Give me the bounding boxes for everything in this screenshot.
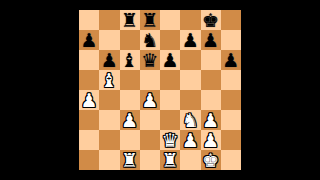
square-h3[interactable]	[221, 110, 241, 130]
square-b3[interactable]	[99, 110, 119, 130]
square-h6[interactable]: ♟	[221, 50, 241, 70]
square-a6[interactable]	[79, 50, 99, 70]
white-pawn[interactable]: ♟	[120, 110, 140, 130]
square-d7[interactable]: ♞	[140, 30, 160, 50]
square-g7[interactable]: ♟	[201, 30, 221, 50]
white-rook[interactable]: ♜	[120, 150, 140, 170]
square-g8[interactable]: ♚	[201, 10, 221, 30]
square-e5[interactable]	[160, 70, 180, 90]
square-e2[interactable]: ♛	[160, 130, 180, 150]
square-g5[interactable]	[201, 70, 221, 90]
black-pawn[interactable]: ♟	[99, 50, 119, 70]
square-f7[interactable]: ♟	[180, 30, 200, 50]
white-pawn[interactable]: ♟	[140, 90, 160, 110]
square-d2[interactable]	[140, 130, 160, 150]
square-h1[interactable]	[221, 150, 241, 170]
square-c6[interactable]: ♝	[120, 50, 140, 70]
square-c4[interactable]	[120, 90, 140, 110]
square-e3[interactable]	[160, 110, 180, 130]
square-b7[interactable]	[99, 30, 119, 50]
black-rook[interactable]: ♜	[140, 10, 160, 30]
square-h7[interactable]	[221, 30, 241, 50]
black-pawn[interactable]: ♟	[180, 30, 200, 50]
white-pawn[interactable]: ♟	[201, 110, 221, 130]
square-f2[interactable]: ♟	[180, 130, 200, 150]
square-h8[interactable]	[221, 10, 241, 30]
white-pawn[interactable]: ♟	[180, 130, 200, 150]
square-a7[interactable]: ♟	[79, 30, 99, 50]
square-a3[interactable]	[79, 110, 99, 130]
square-d4[interactable]: ♟	[140, 90, 160, 110]
black-bishop[interactable]: ♝	[120, 50, 140, 70]
square-f3[interactable]: ♞	[180, 110, 200, 130]
black-pawn[interactable]: ♟	[221, 50, 241, 70]
square-c2[interactable]	[120, 130, 140, 150]
square-g6[interactable]	[201, 50, 221, 70]
square-a2[interactable]	[79, 130, 99, 150]
square-a5[interactable]	[79, 70, 99, 90]
square-e4[interactable]	[160, 90, 180, 110]
square-c5[interactable]	[120, 70, 140, 90]
square-a4[interactable]: ♟	[79, 90, 99, 110]
square-g1[interactable]: ♚	[201, 150, 221, 170]
black-pawn[interactable]: ♟	[201, 30, 221, 50]
black-pawn[interactable]: ♟	[79, 30, 99, 50]
black-king[interactable]: ♚	[201, 10, 221, 30]
square-h4[interactable]	[221, 90, 241, 110]
square-d3[interactable]	[140, 110, 160, 130]
square-d6[interactable]: ♛	[140, 50, 160, 70]
square-d8[interactable]: ♜	[140, 10, 160, 30]
square-g2[interactable]: ♟	[201, 130, 221, 150]
white-knight[interactable]: ♞	[180, 110, 200, 130]
square-f4[interactable]	[180, 90, 200, 110]
square-a1[interactable]	[79, 150, 99, 170]
square-f6[interactable]	[180, 50, 200, 70]
square-b1[interactable]	[99, 150, 119, 170]
square-b6[interactable]: ♟	[99, 50, 119, 70]
white-queen[interactable]: ♛	[160, 130, 180, 150]
video-frame-letterbox: ♜♜♚♟♞♟♟♟♝♛♟♟♝♟♟♟♞♟♛♟♟♜♜♚	[0, 0, 320, 180]
white-bishop[interactable]: ♝	[99, 70, 119, 90]
white-pawn[interactable]: ♟	[201, 130, 221, 150]
square-b5[interactable]: ♝	[99, 70, 119, 90]
square-f5[interactable]	[180, 70, 200, 90]
square-f8[interactable]	[180, 10, 200, 30]
square-a8[interactable]	[79, 10, 99, 30]
white-rook[interactable]: ♜	[160, 150, 180, 170]
square-c7[interactable]	[120, 30, 140, 50]
square-g3[interactable]: ♟	[201, 110, 221, 130]
square-d5[interactable]	[140, 70, 160, 90]
square-h5[interactable]	[221, 70, 241, 90]
square-e1[interactable]: ♜	[160, 150, 180, 170]
square-e7[interactable]	[160, 30, 180, 50]
square-c8[interactable]: ♜	[120, 10, 140, 30]
square-g4[interactable]	[201, 90, 221, 110]
square-f1[interactable]	[180, 150, 200, 170]
white-king[interactable]: ♚	[201, 150, 221, 170]
square-c1[interactable]: ♜	[120, 150, 140, 170]
white-pawn[interactable]: ♟	[79, 90, 99, 110]
black-rook[interactable]: ♜	[120, 10, 140, 30]
square-b2[interactable]	[99, 130, 119, 150]
square-d1[interactable]	[140, 150, 160, 170]
square-e6[interactable]: ♟	[160, 50, 180, 70]
black-knight[interactable]: ♞	[140, 30, 160, 50]
square-c3[interactable]: ♟	[120, 110, 140, 130]
square-h2[interactable]	[221, 130, 241, 150]
square-b8[interactable]	[99, 10, 119, 30]
black-pawn[interactable]: ♟	[160, 50, 180, 70]
square-e8[interactable]	[160, 10, 180, 30]
square-b4[interactable]	[99, 90, 119, 110]
chess-board: ♜♜♚♟♞♟♟♟♝♛♟♟♝♟♟♟♞♟♛♟♟♜♜♚	[79, 10, 241, 170]
black-queen[interactable]: ♛	[140, 50, 160, 70]
